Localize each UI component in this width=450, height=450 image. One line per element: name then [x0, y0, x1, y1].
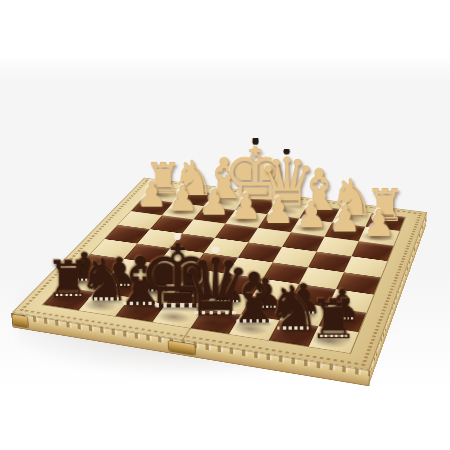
photo-background: ♜♞♝♚♛♝♞♜♟♟♟♟♟♟♟♟♟♟♟♟♟♟♟♟♜♞♝♚♛♝♞♜: [0, 0, 450, 450]
white-pawn: ♟: [362, 205, 395, 242]
white-pawn: ♟: [262, 193, 294, 229]
white-pawn: ♟: [329, 201, 362, 237]
white-pawn: ♟: [230, 189, 262, 224]
white-pawn: ♟: [167, 181, 198, 216]
square: [352, 241, 394, 261]
square: ♟: [359, 227, 400, 246]
white-pawn: ♟: [136, 177, 167, 212]
brass-hinge: [12, 314, 28, 327]
white-pawn: ♟: [295, 197, 327, 233]
square: [317, 237, 359, 257]
square: ♜: [309, 326, 358, 353]
white-pawn: ♟: [198, 185, 230, 220]
brass-clasp: [168, 341, 194, 355]
black-rook: ♜: [309, 291, 358, 346]
